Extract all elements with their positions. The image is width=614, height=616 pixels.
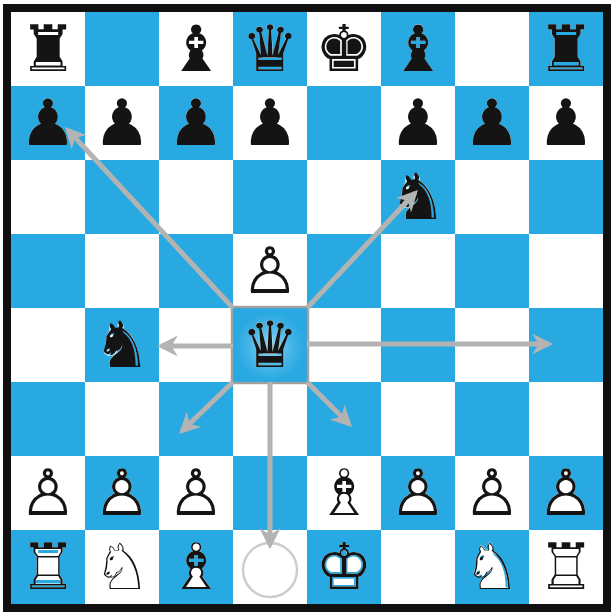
black-knight: ♞ [381, 160, 455, 234]
white-knight: ♘ [455, 530, 529, 604]
square-b7[interactable]: ♙♟ [85, 86, 159, 160]
page-background: ♖♜♗♝♕♛♔♚♗♝♖♜♙♟♙♟♙♟♙♟♙♟♙♟♙♟♘♞♟♙♘♞♕♛♟♙♟♙♟♙… [0, 0, 614, 616]
square-d7[interactable]: ♙♟ [233, 86, 307, 160]
black-bishop: ♝ [159, 12, 233, 86]
square-f1[interactable] [381, 530, 455, 604]
square-d3[interactable] [233, 382, 307, 456]
square-b1[interactable]: ♞♘ [85, 530, 159, 604]
white-pawn: ♙ [455, 456, 529, 530]
square-a1[interactable]: ♜♖ [11, 530, 85, 604]
black-rook: ♜ [529, 12, 603, 86]
square-f4[interactable] [381, 308, 455, 382]
square-e5[interactable] [307, 234, 381, 308]
square-f6[interactable]: ♘♞ [381, 160, 455, 234]
square-d8[interactable]: ♕♛ [233, 12, 307, 86]
white-pawn: ♙ [11, 456, 85, 530]
white-pawn: ♙ [381, 456, 455, 530]
black-knight: ♞ [85, 308, 159, 382]
white-bishop: ♗ [307, 456, 381, 530]
square-h8[interactable]: ♖♜ [529, 12, 603, 86]
square-b2[interactable]: ♟♙ [85, 456, 159, 530]
square-a8[interactable]: ♖♜ [11, 12, 85, 86]
square-h1[interactable]: ♜♖ [529, 530, 603, 604]
square-c2[interactable]: ♟♙ [159, 456, 233, 530]
board-grid: ♖♜♗♝♕♛♔♚♗♝♖♜♙♟♙♟♙♟♙♟♙♟♙♟♙♟♘♞♟♙♘♞♕♛♟♙♟♙♟♙… [11, 12, 603, 604]
square-f2[interactable]: ♟♙ [381, 456, 455, 530]
square-f5[interactable] [381, 234, 455, 308]
square-b4[interactable]: ♘♞ [85, 308, 159, 382]
square-e3[interactable] [307, 382, 381, 456]
black-pawn: ♟ [455, 86, 529, 160]
square-f8[interactable]: ♗♝ [381, 12, 455, 86]
square-g2[interactable]: ♟♙ [455, 456, 529, 530]
white-knight: ♘ [85, 530, 159, 604]
square-a7[interactable]: ♙♟ [11, 86, 85, 160]
square-e1[interactable]: ♚♔ [307, 530, 381, 604]
square-c1[interactable]: ♝♗ [159, 530, 233, 604]
square-d2[interactable] [233, 456, 307, 530]
square-b5[interactable] [85, 234, 159, 308]
black-pawn: ♟ [85, 86, 159, 160]
square-h3[interactable] [529, 382, 603, 456]
square-e4[interactable] [307, 308, 381, 382]
white-pawn: ♙ [529, 456, 603, 530]
square-a6[interactable] [11, 160, 85, 234]
square-c5[interactable] [159, 234, 233, 308]
square-g6[interactable] [455, 160, 529, 234]
square-g7[interactable]: ♙♟ [455, 86, 529, 160]
square-h7[interactable]: ♙♟ [529, 86, 603, 160]
square-d6[interactable] [233, 160, 307, 234]
white-king: ♔ [307, 530, 381, 604]
square-b3[interactable] [85, 382, 159, 456]
white-rook: ♖ [11, 530, 85, 604]
square-a5[interactable] [11, 234, 85, 308]
black-pawn: ♟ [529, 86, 603, 160]
black-pawn: ♟ [381, 86, 455, 160]
white-rook: ♖ [529, 530, 603, 604]
square-a4[interactable] [11, 308, 85, 382]
white-pawn: ♙ [159, 456, 233, 530]
square-h2[interactable]: ♟♙ [529, 456, 603, 530]
black-queen: ♛ [233, 308, 307, 382]
square-f3[interactable] [381, 382, 455, 456]
square-c8[interactable]: ♗♝ [159, 12, 233, 86]
square-d5[interactable]: ♟♙ [233, 234, 307, 308]
square-h4[interactable] [529, 308, 603, 382]
square-g3[interactable] [455, 382, 529, 456]
square-g5[interactable] [455, 234, 529, 308]
square-b8[interactable] [85, 12, 159, 86]
black-pawn: ♟ [233, 86, 307, 160]
white-pawn: ♙ [233, 234, 307, 308]
black-pawn: ♟ [159, 86, 233, 160]
square-g1[interactable]: ♞♘ [455, 530, 529, 604]
square-h6[interactable] [529, 160, 603, 234]
square-c4[interactable] [159, 308, 233, 382]
black-rook: ♜ [11, 12, 85, 86]
white-bishop: ♗ [159, 530, 233, 604]
square-e7[interactable] [307, 86, 381, 160]
square-a3[interactable] [11, 382, 85, 456]
square-e6[interactable] [307, 160, 381, 234]
chess-board: ♖♜♗♝♕♛♔♚♗♝♖♜♙♟♙♟♙♟♙♟♙♟♙♟♙♟♘♞♟♙♘♞♕♛♟♙♟♙♟♙… [3, 4, 611, 612]
square-c3[interactable] [159, 382, 233, 456]
square-d1[interactable] [233, 530, 307, 604]
square-a2[interactable]: ♟♙ [11, 456, 85, 530]
black-king: ♚ [307, 12, 381, 86]
square-b6[interactable] [85, 160, 159, 234]
square-e8[interactable]: ♔♚ [307, 12, 381, 86]
white-pawn: ♙ [85, 456, 159, 530]
square-g4[interactable] [455, 308, 529, 382]
square-h5[interactable] [529, 234, 603, 308]
black-queen: ♛ [233, 12, 307, 86]
square-e2[interactable]: ♝♗ [307, 456, 381, 530]
black-bishop: ♝ [381, 12, 455, 86]
square-f7[interactable]: ♙♟ [381, 86, 455, 160]
black-pawn: ♟ [11, 86, 85, 160]
square-c7[interactable]: ♙♟ [159, 86, 233, 160]
square-c6[interactable] [159, 160, 233, 234]
square-d4[interactable]: ♕♛ [233, 308, 307, 382]
square-g8[interactable] [455, 12, 529, 86]
